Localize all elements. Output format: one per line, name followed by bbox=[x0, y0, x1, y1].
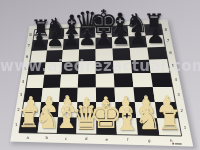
piece-f7-black-pawn: ♟ bbox=[111, 27, 130, 48]
piece-g7-black-pawn: ♟ bbox=[129, 26, 148, 47]
piece-h7-black-pawn: ♟ bbox=[146, 25, 165, 47]
chess-set-photo: abcdefgh8877665544332211 www.ajedrezactu… bbox=[0, 0, 200, 150]
photo-content: abcdefgh8877665544332211 www.ajedrezactu… bbox=[0, 0, 200, 150]
piece-h1-white-rook: ♜ bbox=[158, 108, 182, 135]
pieces-layer: ♜♞♝♛♚♝♞♜♟♟♟♟♟♟♟♟♟♟♟♟♟♟♟♟♜♞♝♛♚♝♞♜ bbox=[0, 0, 200, 150]
